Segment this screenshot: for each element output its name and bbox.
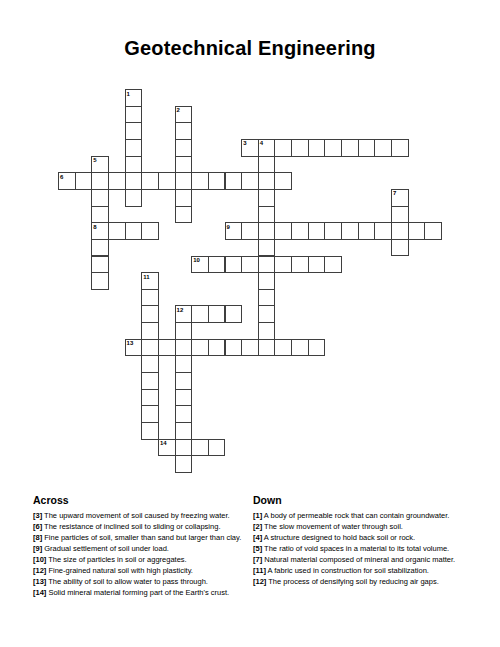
crossword-cell-r8c19[interactable] bbox=[374, 222, 392, 240]
crossword-cell-r3c7[interactable] bbox=[175, 139, 193, 157]
crossword-cell-r3c19[interactable] bbox=[374, 139, 392, 157]
crossword-cell-r2c4[interactable] bbox=[125, 122, 143, 140]
crossword-cell-r6c2[interactable] bbox=[91, 189, 109, 207]
crossword-cell-r5c6[interactable] bbox=[158, 172, 176, 190]
crossword-cell-r6c4[interactable] bbox=[125, 189, 143, 207]
crossword-cell-r8c11[interactable] bbox=[241, 222, 259, 240]
crossword-cell-r14c5[interactable] bbox=[141, 322, 159, 340]
crossword-cell-r5c5[interactable] bbox=[141, 172, 159, 190]
crossword-cell-r17c7[interactable] bbox=[175, 372, 193, 390]
crossword-cell-r5c11[interactable] bbox=[241, 172, 259, 190]
across-clue-number-8: [8] bbox=[33, 533, 42, 542]
crossword-cell-r8c13[interactable] bbox=[274, 222, 292, 240]
crossword-cell-r10c11[interactable] bbox=[241, 256, 259, 274]
crossword-cell-r14c7[interactable] bbox=[175, 322, 193, 340]
down-clue-number-4: [4] bbox=[253, 533, 262, 542]
crossword-cell-r4c7[interactable] bbox=[175, 156, 193, 174]
crossword-cell-r15c6[interactable] bbox=[158, 339, 176, 357]
across-clue-6: [6] The resistance of inclined soil to s… bbox=[33, 521, 252, 532]
crossword-cell-r3c18[interactable] bbox=[358, 139, 376, 157]
crossword-cell-r8c16[interactable] bbox=[324, 222, 342, 240]
crossword-cell-r1c4[interactable] bbox=[125, 106, 143, 124]
crossword-cell-r21c8[interactable] bbox=[191, 439, 209, 457]
crossword-page: Geotechnical Engineering 123456789101112… bbox=[0, 0, 500, 647]
crossword-cell-r3c16[interactable] bbox=[324, 139, 342, 157]
crossword-cell-r22c7[interactable] bbox=[175, 455, 193, 473]
crossword-cell-r5c7[interactable] bbox=[175, 172, 193, 190]
crossword-cell-r5c9[interactable] bbox=[208, 172, 226, 190]
across-header: Across bbox=[33, 494, 252, 507]
across-clue-10: [10] The size of particles in soil or ag… bbox=[33, 554, 252, 565]
crossword-cell-r6c12[interactable] bbox=[258, 189, 276, 207]
crossword-cell-r8c22[interactable] bbox=[424, 222, 442, 240]
crossword-cell-r7c12[interactable] bbox=[258, 206, 276, 224]
crossword-cell-r19c7[interactable] bbox=[175, 405, 193, 423]
crossword-cell-r5c1[interactable] bbox=[75, 172, 93, 190]
down-clue-number-2: [2] bbox=[253, 522, 262, 531]
down-clue-number-1: [1] bbox=[253, 511, 262, 520]
down-clue-11: [11] A fabric used in construction for s… bbox=[253, 565, 475, 576]
down-clue-number-11: [11] bbox=[253, 566, 266, 575]
down-clue-7: [7] Natural material composed of mineral… bbox=[253, 554, 475, 565]
crossword-cell-r16c5[interactable] bbox=[141, 355, 159, 373]
crossword-grid: 1234567891011121314 bbox=[58, 89, 442, 473]
down-clue-12: [12] The process of densifying soil by r… bbox=[253, 576, 475, 587]
down-clue-number-5: [5] bbox=[253, 544, 262, 553]
cell-number-6: 6 bbox=[60, 174, 63, 180]
crossword-cell-r15c8[interactable] bbox=[191, 339, 209, 357]
crossword-cell-r3c4[interactable] bbox=[125, 139, 143, 157]
crossword-cell-r5c10[interactable] bbox=[225, 172, 243, 190]
across-clue-8: [8] Fine particles of soil, smaller than… bbox=[33, 532, 252, 543]
crossword-cell-r11c2[interactable] bbox=[91, 272, 109, 290]
crossword-cell-r21c7[interactable] bbox=[175, 439, 193, 457]
crossword-cell-r4c12[interactable] bbox=[258, 156, 276, 174]
down-clue-5: [5] The ratio of void spaces in a materi… bbox=[253, 543, 475, 554]
crossword-cell-r3c20[interactable] bbox=[391, 139, 409, 157]
across-clue-9: [9] Gradual settlement of soil under loa… bbox=[33, 543, 252, 554]
crossword-cell-r8c15[interactable] bbox=[308, 222, 326, 240]
crossword-cell-r4c4[interactable] bbox=[125, 156, 143, 174]
crossword-cell-r5c8[interactable] bbox=[191, 172, 209, 190]
crossword-cell-r9c2[interactable] bbox=[91, 239, 109, 257]
across-clue-13: [13] The ability of soil to allow water … bbox=[33, 576, 252, 587]
down-clue-number-12: [12] bbox=[253, 577, 266, 586]
crossword-cell-r8c5[interactable] bbox=[141, 222, 159, 240]
cell-number-3: 3 bbox=[243, 140, 246, 146]
cell-number-7: 7 bbox=[393, 190, 396, 196]
cell-number-13: 13 bbox=[127, 340, 134, 346]
down-clue-2: [2] The slow movement of water through s… bbox=[253, 521, 475, 532]
across-clue-number-10: [10] bbox=[33, 555, 46, 564]
crossword-cell-r7c2[interactable] bbox=[91, 206, 109, 224]
crossword-cell-r3c14[interactable] bbox=[291, 139, 309, 157]
crossword-cell-r15c13[interactable] bbox=[274, 339, 292, 357]
across-clue-3: [3] The upward movement of soil caused b… bbox=[33, 510, 252, 521]
crossword-cell-r10c15[interactable] bbox=[308, 256, 326, 274]
cell-number-2: 2 bbox=[177, 107, 180, 113]
crossword-cell-r12c12[interactable] bbox=[258, 289, 276, 307]
crossword-cell-r8c17[interactable] bbox=[341, 222, 359, 240]
down-clue-4: [4] A structure designed to hold back so… bbox=[253, 532, 475, 543]
across-clue-number-3: [3] bbox=[33, 511, 42, 520]
crossword-cell-r5c12[interactable] bbox=[258, 172, 276, 190]
down-clues-column: Down [1] A body of permeable rock that c… bbox=[253, 494, 475, 587]
crossword-cell-r3c17[interactable] bbox=[341, 139, 359, 157]
crossword-cell-r7c7[interactable] bbox=[175, 206, 193, 224]
crossword-cell-r2c7[interactable] bbox=[175, 122, 193, 140]
crossword-cell-r20c5[interactable] bbox=[141, 422, 159, 440]
cell-number-4: 4 bbox=[260, 140, 263, 146]
across-clue-number-9: [9] bbox=[33, 544, 42, 553]
crossword-cell-r16c7[interactable] bbox=[175, 355, 193, 373]
crossword-cell-r15c14[interactable] bbox=[291, 339, 309, 357]
crossword-cell-r8c20[interactable] bbox=[391, 222, 409, 240]
across-clue-number-12: [12] bbox=[33, 566, 46, 575]
crossword-cell-r10c14[interactable] bbox=[291, 256, 309, 274]
cell-number-12: 12 bbox=[177, 307, 184, 313]
crossword-cell-r10c10[interactable] bbox=[225, 256, 243, 274]
cell-number-9: 9 bbox=[227, 224, 230, 230]
crossword-cell-r8c14[interactable] bbox=[291, 222, 309, 240]
cell-number-10: 10 bbox=[193, 257, 200, 263]
crossword-cell-r20c7[interactable] bbox=[175, 422, 193, 440]
cell-number-8: 8 bbox=[93, 224, 96, 230]
crossword-cell-r15c9[interactable] bbox=[208, 339, 226, 357]
down-clue-number-7: [7] bbox=[253, 555, 262, 564]
crossword-cell-r17c5[interactable] bbox=[141, 372, 159, 390]
crossword-cell-r14c12[interactable] bbox=[258, 322, 276, 340]
crossword-cell-r8c4[interactable] bbox=[125, 222, 143, 240]
crossword-cell-r15c15[interactable] bbox=[308, 339, 326, 357]
crossword-cell-r8c3[interactable] bbox=[108, 222, 126, 240]
across-clue-number-13: [13] bbox=[33, 577, 46, 586]
across-clues-column: Across [3] The upward movement of soil c… bbox=[33, 494, 252, 598]
crossword-cell-r21c9[interactable] bbox=[208, 439, 226, 457]
crossword-cell-r19c5[interactable] bbox=[141, 405, 159, 423]
crossword-cell-r12c5[interactable] bbox=[141, 289, 159, 307]
cell-number-14: 14 bbox=[160, 440, 167, 446]
down-clue-list: [1] A body of permeable rock that can co… bbox=[253, 510, 475, 587]
crossword-cell-r5c13[interactable] bbox=[274, 172, 292, 190]
across-clue-14: [14] Solid mineral material forming part… bbox=[33, 587, 252, 598]
crossword-cell-r13c8[interactable] bbox=[191, 305, 209, 323]
crossword-cell-r10c2[interactable] bbox=[91, 256, 109, 274]
crossword-cell-r9c20[interactable] bbox=[391, 239, 409, 257]
crossword-cell-r10c13[interactable] bbox=[274, 256, 292, 274]
crossword-cell-r5c3[interactable] bbox=[108, 172, 126, 190]
crossword-cell-r8c12[interactable] bbox=[258, 222, 276, 240]
page-title: Geotechnical Engineering bbox=[0, 37, 500, 60]
crossword-cell-r15c11[interactable] bbox=[241, 339, 259, 357]
crossword-cell-r6c7[interactable] bbox=[175, 189, 193, 207]
crossword-cell-r15c7[interactable] bbox=[175, 339, 193, 357]
across-clue-number-6: [6] bbox=[33, 522, 42, 531]
crossword-cell-r13c12[interactable] bbox=[258, 305, 276, 323]
cell-number-1: 1 bbox=[127, 91, 130, 97]
cell-number-5: 5 bbox=[93, 157, 96, 163]
crossword-cell-r10c16[interactable] bbox=[324, 256, 342, 274]
crossword-cell-r13c9[interactable] bbox=[208, 305, 226, 323]
down-header: Down bbox=[253, 494, 475, 507]
crossword-cell-r10c12[interactable] bbox=[258, 256, 276, 274]
down-clue-1: [1] A body of permeable rock that can co… bbox=[253, 510, 475, 521]
crossword-cell-r18c7[interactable] bbox=[175, 389, 193, 407]
crossword-cell-r8c18[interactable] bbox=[358, 222, 376, 240]
crossword-cell-r13c5[interactable] bbox=[141, 305, 159, 323]
crossword-cell-r5c4[interactable] bbox=[125, 172, 143, 190]
crossword-cell-r10c9[interactable] bbox=[208, 256, 226, 274]
crossword-cell-r3c13[interactable] bbox=[274, 139, 292, 157]
crossword-cell-r15c10[interactable] bbox=[225, 339, 243, 357]
crossword-cell-r8c21[interactable] bbox=[408, 222, 426, 240]
crossword-cell-r18c5[interactable] bbox=[141, 389, 159, 407]
across-clue-list: [3] The upward movement of soil caused b… bbox=[33, 510, 252, 598]
crossword-cell-r15c5[interactable] bbox=[141, 339, 159, 357]
crossword-cell-r5c2[interactable] bbox=[91, 172, 109, 190]
across-clue-number-14: [14] bbox=[33, 588, 46, 597]
crossword-cell-r3c15[interactable] bbox=[308, 139, 326, 157]
crossword-cell-r9c12[interactable] bbox=[258, 239, 276, 257]
crossword-cell-r15c12[interactable] bbox=[258, 339, 276, 357]
crossword-cell-r13c10[interactable] bbox=[225, 305, 243, 323]
cell-number-11: 11 bbox=[143, 274, 149, 280]
across-clue-12: [12] Fine-grained natural soil with high… bbox=[33, 565, 252, 576]
crossword-cell-r7c20[interactable] bbox=[391, 206, 409, 224]
crossword-cell-r11c12[interactable] bbox=[258, 272, 276, 290]
